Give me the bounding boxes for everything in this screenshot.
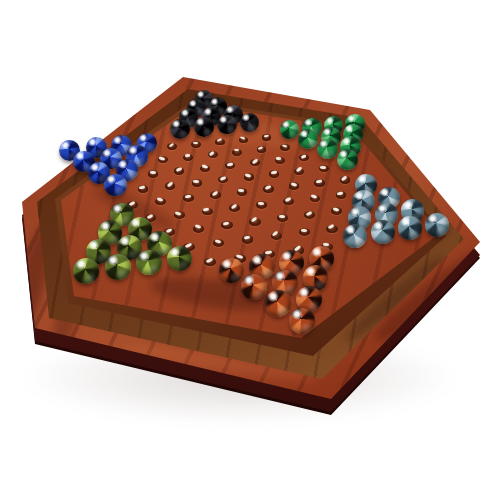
- marble-olive-green[interactable]: ●: [73, 258, 99, 284]
- board-hole[interactable]: [183, 194, 194, 202]
- hole-glint: [245, 173, 251, 177]
- marble-green[interactable]: ●: [317, 139, 338, 160]
- board-hole[interactable]: [275, 157, 285, 164]
- board-hole[interactable]: [326, 225, 337, 233]
- hole-glint: [166, 181, 172, 187]
- hole-glint: [300, 229, 307, 232]
- hole-glint: [341, 176, 347, 182]
- board-hole[interactable]: [314, 179, 324, 186]
- marble-slate-blue-gray[interactable]: ●: [425, 213, 449, 237]
- playing-field: ●●●●●●●●●●●●●●●●●●●●●●●●●●●●●●●●●●●●●●●●…: [0, 0, 500, 500]
- hole-glint: [316, 179, 322, 183]
- hole-glint: [231, 203, 238, 209]
- hole-glint: [272, 231, 279, 237]
- board-hole[interactable]: [262, 134, 271, 141]
- hole-glint: [193, 142, 198, 145]
- hole-glint: [264, 185, 270, 190]
- board-hole[interactable]: [310, 195, 321, 203]
- hole-glint: [176, 167, 182, 172]
- hole-glint: [252, 159, 258, 164]
- hole-glint: [227, 162, 233, 166]
- board-hole[interactable]: [239, 137, 248, 144]
- marble-olive-green[interactable]: ●: [136, 250, 161, 275]
- board-hole[interactable]: [263, 185, 274, 193]
- board-hole[interactable]: [221, 221, 232, 229]
- board-hole[interactable]: [208, 151, 218, 158]
- hole-glint: [223, 221, 230, 225]
- board-hole[interactable]: [299, 228, 310, 236]
- board-hole[interactable]: [158, 156, 168, 163]
- hole-glint: [217, 138, 223, 142]
- marble-black[interactable]: ●: [240, 113, 260, 133]
- board-hole[interactable]: [215, 139, 224, 146]
- hole-glint: [139, 185, 145, 189]
- board-hole[interactable]: [155, 198, 166, 206]
- board-hole[interactable]: [336, 191, 347, 199]
- hole-glint: [244, 236, 251, 240]
- hole-glint: [258, 146, 264, 150]
- board-hole[interactable]: [200, 165, 210, 172]
- hole-glint: [168, 143, 174, 148]
- hole-glint: [290, 182, 296, 186]
- hole-glint: [296, 167, 302, 172]
- hole-glint: [201, 165, 207, 169]
- board-hole[interactable]: [165, 182, 176, 190]
- hole-glint: [328, 224, 335, 229]
- marble-slate-blue-gray[interactable]: ●: [398, 216, 422, 240]
- hole-glint: [203, 208, 210, 212]
- board-hole[interactable]: [280, 144, 290, 151]
- board-hole[interactable]: [269, 170, 279, 177]
- hole-glint: [264, 135, 270, 138]
- marble-red-black[interactable]: ●: [289, 308, 316, 335]
- board-hole[interactable]: [289, 182, 299, 190]
- marble-cobalt-blue[interactable]: ●: [104, 174, 127, 197]
- marble-green[interactable]: ●: [298, 129, 318, 149]
- board-hole[interactable]: [277, 214, 288, 222]
- hole-glint: [311, 194, 318, 198]
- board-hole[interactable]: [319, 165, 329, 172]
- hole-glint: [285, 197, 292, 202]
- marble-olive-green[interactable]: ●: [167, 246, 192, 271]
- hole-glint: [150, 171, 156, 174]
- marble-red-black[interactable]: ●: [265, 290, 292, 317]
- board-hole[interactable]: [232, 149, 242, 156]
- hole-glint: [276, 157, 282, 160]
- hole-glint: [211, 191, 217, 197]
- hole-glint: [234, 149, 240, 152]
- hole-glint: [271, 171, 277, 175]
- marble-black[interactable]: ●: [217, 115, 237, 135]
- board-hole[interactable]: [204, 258, 216, 267]
- hole-glint: [251, 217, 258, 223]
- board-hole[interactable]: [191, 141, 201, 148]
- hole-glint: [175, 211, 182, 215]
- hole-glint: [219, 176, 225, 181]
- board-hole[interactable]: [331, 207, 342, 215]
- hole-glint: [159, 156, 165, 160]
- marble-green[interactable]: ●: [337, 149, 358, 170]
- board-hole[interactable]: [192, 179, 202, 187]
- hole-glint: [240, 136, 246, 140]
- marble-slate-blue-gray[interactable]: ●: [371, 220, 395, 244]
- board-hole[interactable]: [256, 201, 267, 209]
- marble-black[interactable]: ●: [170, 119, 190, 139]
- board-hole[interactable]: [167, 143, 177, 150]
- hole-glint: [146, 214, 153, 219]
- board-hole[interactable]: [340, 176, 350, 183]
- board-hole[interactable]: [225, 162, 235, 169]
- marble-green[interactable]: ●: [280, 120, 300, 140]
- board-hole[interactable]: [148, 170, 158, 177]
- board-hole[interactable]: [218, 176, 228, 183]
- hole-glint: [279, 215, 285, 218]
- marble-red-black[interactable]: ●: [241, 274, 267, 300]
- board-hole[interactable]: [183, 154, 193, 161]
- hole-glint: [333, 207, 340, 211]
- board-hole[interactable]: [237, 188, 248, 196]
- board-hole[interactable]: [271, 232, 282, 240]
- hole-glint: [184, 154, 190, 157]
- board-hole[interactable]: [213, 239, 225, 247]
- hole-glint: [281, 144, 287, 148]
- hole-glint: [209, 151, 215, 156]
- hole-glint: [238, 189, 244, 192]
- marble-slate-blue-gray[interactable]: ●: [343, 224, 367, 248]
- hole-glint: [157, 198, 164, 202]
- board-hole[interactable]: [304, 211, 315, 219]
- hole-glint: [206, 258, 213, 263]
- board-hole[interactable]: [299, 154, 309, 161]
- hole-glint: [306, 210, 313, 215]
- hole-glint: [184, 195, 190, 199]
- hole-glint: [258, 201, 264, 204]
- marble-red-black[interactable]: ●: [219, 258, 245, 284]
- board-hole[interactable]: [174, 167, 184, 174]
- hole-glint: [214, 239, 221, 244]
- board-hole[interactable]: [249, 218, 260, 226]
- board-hole[interactable]: [257, 146, 267, 153]
- board-hole[interactable]: [242, 235, 254, 243]
- hole-glint: [193, 180, 199, 183]
- board-hole[interactable]: [294, 168, 304, 175]
- board-hole[interactable]: [202, 208, 213, 216]
- marble-black[interactable]: ●: [194, 117, 214, 137]
- hole-glint: [337, 192, 343, 196]
- board-hole[interactable]: [283, 198, 294, 206]
- board-hole[interactable]: [193, 225, 204, 233]
- board-hole[interactable]: [244, 173, 254, 180]
- product-photo: ●●●●●●●●●●●●●●●●●●●●●●●●●●●●●●●●●●●●●●●●…: [0, 0, 500, 500]
- hole-glint: [194, 225, 201, 230]
- board-hole[interactable]: [210, 191, 221, 199]
- hole-glint: [320, 165, 326, 168]
- marble-olive-green[interactable]: ●: [105, 254, 131, 280]
- hole-glint: [300, 154, 306, 158]
- board-hole[interactable]: [229, 204, 240, 212]
- board-hole[interactable]: [138, 185, 149, 193]
- board-hole[interactable]: [174, 211, 185, 219]
- board-hole[interactable]: [250, 159, 260, 166]
